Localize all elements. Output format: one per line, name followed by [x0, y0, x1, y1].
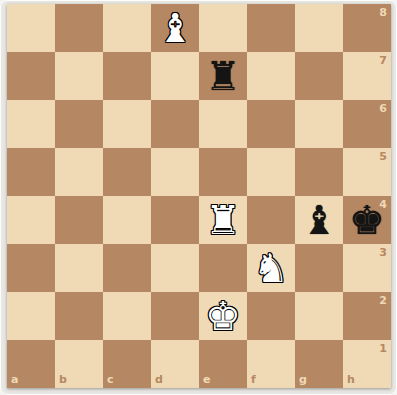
square-a8[interactable]	[7, 4, 55, 52]
square-b4[interactable]	[55, 196, 103, 244]
rank-label-3: 3	[379, 247, 387, 258]
white-king-piece[interactable]: ♚	[199, 292, 247, 340]
black-king-piece[interactable]: ♚	[343, 196, 391, 244]
square-h8[interactable]: 8	[343, 4, 391, 52]
white-bishop-piece[interactable]: ♝	[151, 4, 199, 52]
rank-label-6: 6	[379, 103, 387, 114]
black-rook-piece[interactable]: ♜	[199, 52, 247, 100]
square-d5[interactable]	[151, 148, 199, 196]
file-label-c: c	[107, 374, 114, 385]
square-g3[interactable]	[295, 244, 343, 292]
square-c8[interactable]	[103, 4, 151, 52]
square-g6[interactable]	[295, 100, 343, 148]
square-a3[interactable]	[7, 244, 55, 292]
square-g5[interactable]	[295, 148, 343, 196]
square-h3[interactable]: 3	[343, 244, 391, 292]
square-c1[interactable]: c	[103, 340, 151, 388]
rank-label-1: 1	[379, 343, 387, 354]
square-f8[interactable]	[247, 4, 295, 52]
square-f7[interactable]	[247, 52, 295, 100]
square-a5[interactable]	[7, 148, 55, 196]
rank-label-5: 5	[379, 151, 387, 162]
file-label-h: h	[347, 374, 355, 385]
chess-board: ♝8♜765♜♝4♚♞3♚2abcdefg1h	[7, 4, 391, 388]
square-e5[interactable]	[199, 148, 247, 196]
square-d8[interactable]: ♝	[151, 4, 199, 52]
square-a1[interactable]: a	[7, 340, 55, 388]
square-f5[interactable]	[247, 148, 295, 196]
square-f3[interactable]: ♞	[247, 244, 295, 292]
page: ♝8♜765♜♝4♚♞3♚2abcdefg1h	[0, 0, 397, 395]
square-d6[interactable]	[151, 100, 199, 148]
square-f1[interactable]: f	[247, 340, 295, 388]
square-a2[interactable]	[7, 292, 55, 340]
file-label-d: d	[155, 374, 163, 385]
square-c7[interactable]	[103, 52, 151, 100]
square-c6[interactable]	[103, 100, 151, 148]
square-d3[interactable]	[151, 244, 199, 292]
square-h5[interactable]: 5	[343, 148, 391, 196]
file-label-f: f	[251, 374, 256, 385]
square-e4[interactable]: ♜	[199, 196, 247, 244]
square-b2[interactable]	[55, 292, 103, 340]
square-d7[interactable]	[151, 52, 199, 100]
square-e7[interactable]: ♜	[199, 52, 247, 100]
square-e3[interactable]	[199, 244, 247, 292]
square-e8[interactable]	[199, 4, 247, 52]
square-b6[interactable]	[55, 100, 103, 148]
square-b5[interactable]	[55, 148, 103, 196]
file-label-a: a	[11, 374, 18, 385]
square-g1[interactable]: g	[295, 340, 343, 388]
rank-label-8: 8	[379, 7, 387, 18]
black-bishop-piece[interactable]: ♝	[295, 196, 343, 244]
square-f4[interactable]	[247, 196, 295, 244]
square-a6[interactable]	[7, 100, 55, 148]
file-label-g: g	[299, 374, 307, 385]
square-e1[interactable]: e	[199, 340, 247, 388]
square-h6[interactable]: 6	[343, 100, 391, 148]
rank-label-7: 7	[379, 55, 387, 66]
square-a7[interactable]	[7, 52, 55, 100]
square-e2[interactable]: ♚	[199, 292, 247, 340]
square-g4[interactable]: ♝	[295, 196, 343, 244]
square-b8[interactable]	[55, 4, 103, 52]
white-rook-piece[interactable]: ♜	[199, 196, 247, 244]
square-g7[interactable]	[295, 52, 343, 100]
square-c2[interactable]	[103, 292, 151, 340]
square-d2[interactable]	[151, 292, 199, 340]
square-c3[interactable]	[103, 244, 151, 292]
white-knight-piece[interactable]: ♞	[247, 244, 295, 292]
square-c5[interactable]	[103, 148, 151, 196]
square-e6[interactable]	[199, 100, 247, 148]
square-f6[interactable]	[247, 100, 295, 148]
square-f2[interactable]	[247, 292, 295, 340]
file-label-e: e	[203, 374, 210, 385]
square-b3[interactable]	[55, 244, 103, 292]
rank-label-2: 2	[379, 295, 387, 306]
square-h4[interactable]: 4♚	[343, 196, 391, 244]
square-h7[interactable]: 7	[343, 52, 391, 100]
square-b1[interactable]: b	[55, 340, 103, 388]
file-label-b: b	[59, 374, 67, 385]
square-b7[interactable]	[55, 52, 103, 100]
square-d1[interactable]: d	[151, 340, 199, 388]
square-g2[interactable]	[295, 292, 343, 340]
square-h2[interactable]: 2	[343, 292, 391, 340]
square-h1[interactable]: 1h	[343, 340, 391, 388]
square-a4[interactable]	[7, 196, 55, 244]
square-d4[interactable]	[151, 196, 199, 244]
square-c4[interactable]	[103, 196, 151, 244]
square-g8[interactable]	[295, 4, 343, 52]
